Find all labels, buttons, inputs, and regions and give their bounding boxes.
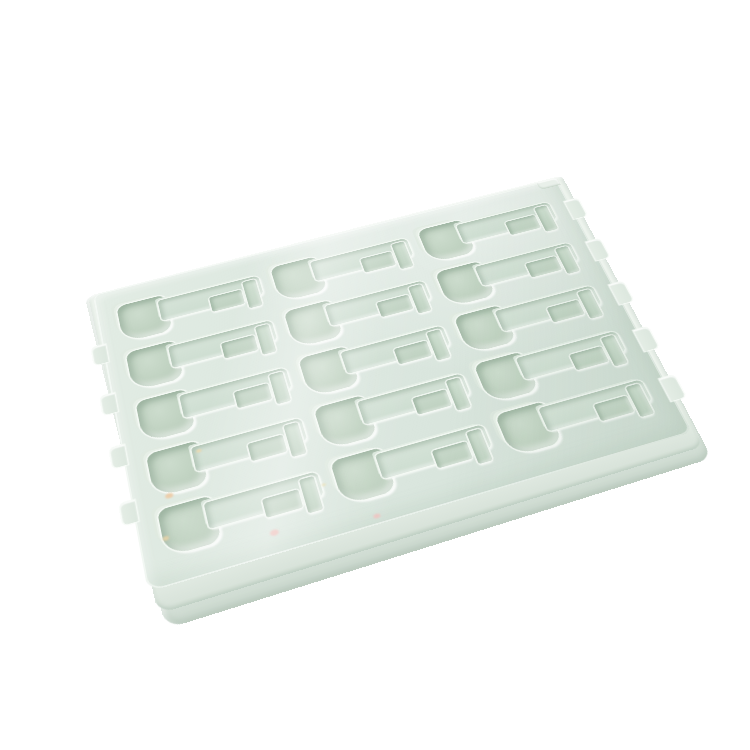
end-notch — [255, 324, 276, 355]
flange-tab — [92, 344, 109, 365]
channel-recess — [432, 441, 473, 468]
product-photo — [0, 0, 750, 750]
channel-recess — [525, 256, 562, 278]
channel-recess — [360, 251, 396, 272]
end-notch — [391, 241, 413, 269]
channel-recess — [221, 335, 258, 359]
channel-recess — [594, 395, 635, 421]
channel-recess — [412, 389, 452, 415]
channel-recess — [547, 300, 585, 323]
channel-recess — [234, 383, 272, 408]
end-notch — [269, 371, 291, 404]
plastic-speckle — [165, 492, 174, 499]
component-channel — [158, 275, 264, 320]
plastic-speckle — [269, 528, 279, 536]
end-notch — [299, 476, 323, 514]
component-channel — [456, 202, 557, 243]
component-channel — [310, 238, 414, 281]
channel-recess — [209, 290, 245, 312]
channel-recess — [247, 434, 287, 461]
channel-recess — [569, 346, 609, 370]
channel-recess — [376, 295, 413, 318]
channel-recess — [394, 340, 432, 364]
plastic-speckle — [373, 513, 381, 519]
channel-recess — [262, 489, 303, 518]
channel-recess — [505, 215, 541, 235]
end-notch — [283, 422, 306, 457]
end-notch — [242, 279, 262, 308]
